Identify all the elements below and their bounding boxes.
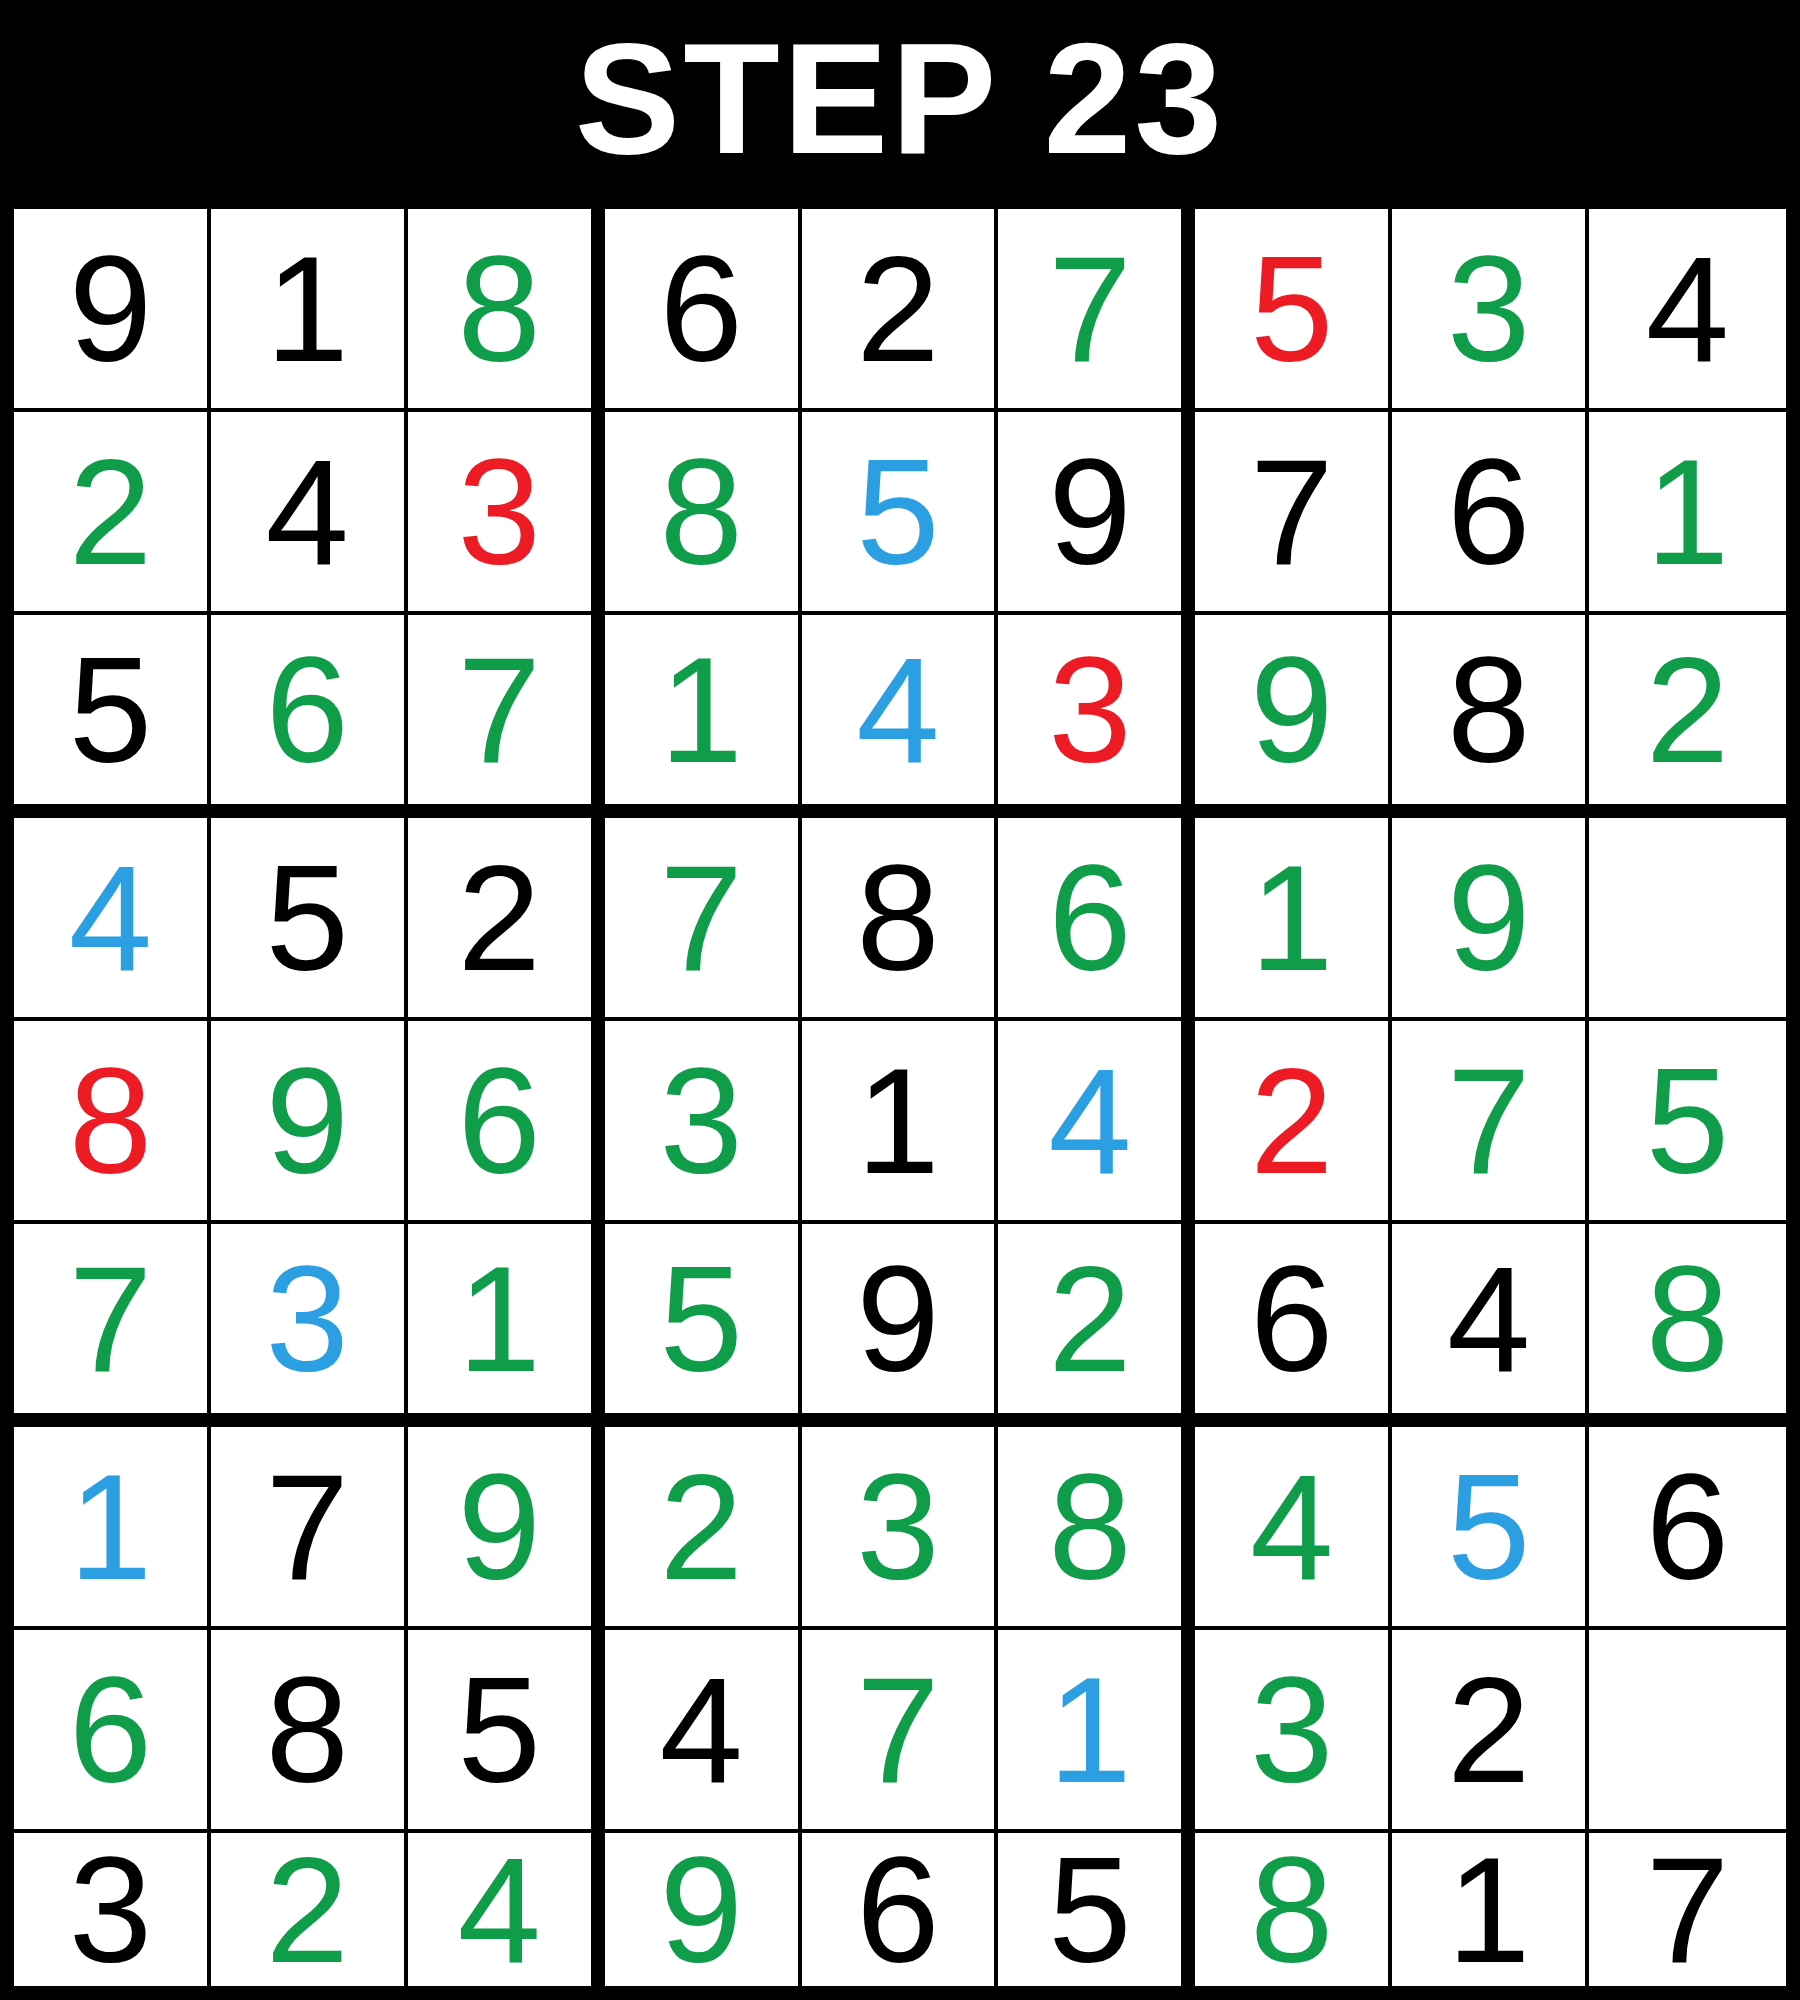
sudoku-cell[interactable]: 1 — [1589, 412, 1786, 615]
sudoku-cell[interactable]: 2 — [211, 1833, 408, 1986]
sudoku-cell-empty[interactable] — [1589, 818, 1786, 1021]
sudoku-cell[interactable]: 1 — [802, 1021, 999, 1224]
sudoku-cell[interactable]: 9 — [14, 209, 211, 412]
sudoku-cell[interactable]: 3 — [998, 615, 1195, 818]
sudoku-cell[interactable]: 3 — [605, 1021, 802, 1224]
sudoku-cell[interactable]: 3 — [14, 1833, 211, 1986]
sudoku-cell[interactable]: 2 — [14, 412, 211, 615]
sudoku-cell[interactable]: 4 — [211, 412, 408, 615]
sudoku-cell[interactable]: 9 — [1392, 818, 1589, 1021]
sudoku-cell[interactable]: 7 — [802, 1630, 999, 1833]
sudoku-cell[interactable]: 1 — [1392, 1833, 1589, 1986]
sudoku-cell[interactable]: 2 — [998, 1224, 1195, 1427]
sudoku-cell[interactable]: 9 — [211, 1021, 408, 1224]
sudoku-cell[interactable]: 8 — [802, 818, 999, 1021]
sudoku-cell[interactable]: 4 — [1195, 1427, 1392, 1630]
sudoku-cell[interactable]: 3 — [802, 1427, 999, 1630]
sudoku-cell[interactable]: 1 — [408, 1224, 605, 1427]
sudoku-cell[interactable]: 1 — [1195, 818, 1392, 1021]
sudoku-cell[interactable]: 8 — [605, 412, 802, 615]
sudoku-cell[interactable]: 5 — [1195, 209, 1392, 412]
sudoku-cell[interactable]: 7 — [14, 1224, 211, 1427]
sudoku-cell[interactable]: 6 — [1392, 412, 1589, 615]
sudoku-cell[interactable]: 8 — [1589, 1224, 1786, 1427]
sudoku-cell[interactable]: 6 — [408, 1021, 605, 1224]
sudoku-cell[interactable]: 6 — [211, 615, 408, 818]
sudoku-cell[interactable]: 4 — [802, 615, 999, 818]
sudoku-cell[interactable]: 9 — [802, 1224, 999, 1427]
sudoku-cell[interactable]: 1 — [998, 1630, 1195, 1833]
sudoku-cell[interactable]: 5 — [998, 1833, 1195, 1986]
sudoku-cell[interactable]: 1 — [14, 1427, 211, 1630]
sudoku-cell[interactable]: 8 — [998, 1427, 1195, 1630]
sudoku-cell[interactable]: 7 — [1589, 1833, 1786, 1986]
sudoku-cell[interactable]: 9 — [408, 1427, 605, 1630]
sudoku-cell[interactable]: 2 — [408, 818, 605, 1021]
sudoku-cell[interactable]: 3 — [211, 1224, 408, 1427]
sudoku-cell[interactable]: 4 — [14, 818, 211, 1021]
sudoku-cell[interactable]: 7 — [211, 1427, 408, 1630]
sudoku-cell[interactable]: 6 — [1589, 1427, 1786, 1630]
sudoku-cell[interactable]: 5 — [14, 615, 211, 818]
sudoku-cell[interactable]: 9 — [1195, 615, 1392, 818]
sudoku-cell[interactable]: 6 — [14, 1630, 211, 1833]
sudoku-cell[interactable]: 4 — [605, 1630, 802, 1833]
sudoku-board: 9186275342438597615671439824527861989631… — [0, 195, 1800, 2000]
sudoku-cell[interactable]: 4 — [1589, 209, 1786, 412]
sudoku-cell[interactable]: 5 — [605, 1224, 802, 1427]
sudoku-step-screen: STEP 23 91862753424385976156714398245278… — [0, 0, 1800, 2000]
sudoku-cell[interactable]: 2 — [1392, 1630, 1589, 1833]
sudoku-cell[interactable]: 8 — [14, 1021, 211, 1224]
sudoku-cell[interactable]: 8 — [1392, 615, 1589, 818]
sudoku-cell[interactable]: 5 — [211, 818, 408, 1021]
sudoku-cell[interactable]: 5 — [408, 1630, 605, 1833]
sudoku-cell[interactable]: 9 — [998, 412, 1195, 615]
sudoku-cell[interactable]: 1 — [605, 615, 802, 818]
sudoku-cell[interactable]: 3 — [1392, 209, 1589, 412]
sudoku-cell[interactable]: 8 — [408, 209, 605, 412]
sudoku-cell[interactable]: 2 — [1195, 1021, 1392, 1224]
sudoku-cell[interactable]: 7 — [1195, 412, 1392, 615]
sudoku-cell[interactable]: 6 — [802, 1833, 999, 1986]
sudoku-cell[interactable]: 2 — [1589, 615, 1786, 818]
sudoku-cell[interactable]: 5 — [1589, 1021, 1786, 1224]
sudoku-cell[interactable]: 1 — [211, 209, 408, 412]
sudoku-cell[interactable]: 8 — [1195, 1833, 1392, 1986]
sudoku-cell[interactable]: 9 — [605, 1833, 802, 1986]
sudoku-cell[interactable]: 4 — [998, 1021, 1195, 1224]
sudoku-cell[interactable]: 7 — [408, 615, 605, 818]
sudoku-cell[interactable]: 6 — [605, 209, 802, 412]
sudoku-cell[interactable]: 2 — [802, 209, 999, 412]
sudoku-cell[interactable]: 6 — [998, 818, 1195, 1021]
sudoku-cell[interactable]: 7 — [605, 818, 802, 1021]
sudoku-cell-empty[interactable] — [1589, 1630, 1786, 1833]
sudoku-cell[interactable]: 3 — [408, 412, 605, 615]
sudoku-cell[interactable]: 7 — [998, 209, 1195, 412]
sudoku-cell[interactable]: 3 — [1195, 1630, 1392, 1833]
sudoku-cell[interactable]: 7 — [1392, 1021, 1589, 1224]
sudoku-cell[interactable]: 6 — [1195, 1224, 1392, 1427]
sudoku-cell[interactable]: 4 — [1392, 1224, 1589, 1427]
sudoku-cell[interactable]: 8 — [211, 1630, 408, 1833]
step-title: STEP 23 — [575, 19, 1225, 177]
sudoku-cell[interactable]: 5 — [1392, 1427, 1589, 1630]
title-bar: STEP 23 — [0, 0, 1800, 195]
sudoku-cell[interactable]: 5 — [802, 412, 999, 615]
sudoku-cell[interactable]: 2 — [605, 1427, 802, 1630]
sudoku-cell[interactable]: 4 — [408, 1833, 605, 1986]
